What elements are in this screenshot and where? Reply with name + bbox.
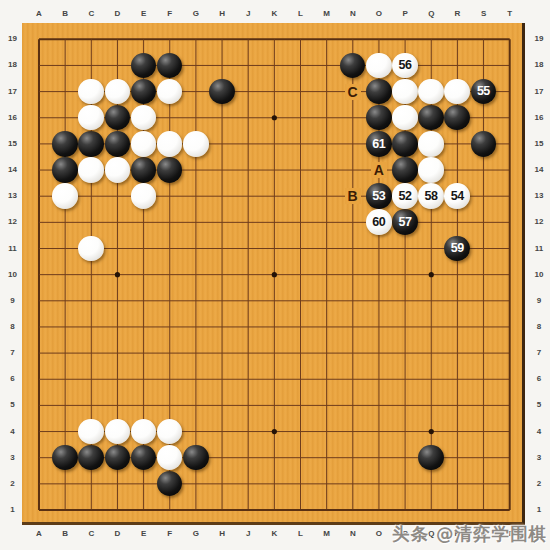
coord-top-A: A bbox=[36, 10, 42, 18]
coord-right-10: 10 bbox=[535, 271, 544, 279]
stone-black-O13[interactable]: 53 bbox=[366, 183, 392, 209]
stone-white-E16[interactable] bbox=[131, 105, 157, 131]
coord-bottom-D: D bbox=[115, 530, 121, 538]
coord-top-P: P bbox=[402, 10, 407, 18]
coord-right-18: 18 bbox=[535, 61, 544, 69]
coord-top-F: F bbox=[167, 10, 172, 18]
coord-left-2: 2 bbox=[10, 480, 14, 488]
coord-top-T: T bbox=[507, 10, 512, 18]
stone-black-C15[interactable] bbox=[78, 131, 104, 157]
move-number-53: 53 bbox=[372, 190, 385, 203]
stone-white-E4[interactable] bbox=[131, 419, 157, 445]
stone-black-B15[interactable] bbox=[52, 131, 78, 157]
stone-black-S17[interactable]: 55 bbox=[471, 79, 497, 105]
stone-black-D3[interactable] bbox=[105, 445, 131, 471]
coord-left-3: 3 bbox=[10, 454, 14, 462]
stone-black-E17[interactable] bbox=[131, 79, 157, 105]
coord-left-12: 12 bbox=[8, 218, 17, 226]
stone-white-C4[interactable] bbox=[78, 419, 104, 445]
coord-bottom-L: L bbox=[298, 530, 303, 538]
go-diagram: 55615357595652585460ABC AABBCCDDEEFFGGHH… bbox=[0, 0, 550, 550]
stone-black-Q16[interactable] bbox=[418, 105, 444, 131]
stone-black-N18[interactable] bbox=[340, 53, 366, 79]
stone-black-F14[interactable] bbox=[157, 157, 183, 183]
stone-black-O15[interactable]: 61 bbox=[366, 131, 392, 157]
coord-bottom-B: B bbox=[62, 530, 68, 538]
stone-white-P18[interactable]: 56 bbox=[392, 53, 418, 79]
coord-top-G: G bbox=[193, 10, 199, 18]
goban-grid: 55615357595652585460ABC bbox=[26, 26, 523, 523]
coord-bottom-E: E bbox=[141, 530, 146, 538]
stone-black-H17[interactable] bbox=[209, 79, 235, 105]
stone-white-Q14[interactable] bbox=[418, 157, 444, 183]
coord-bottom-F: F bbox=[167, 530, 172, 538]
stone-white-O12[interactable]: 60 bbox=[366, 209, 392, 235]
stone-black-B14[interactable] bbox=[52, 157, 78, 183]
stone-white-D4[interactable] bbox=[105, 419, 131, 445]
coord-bottom-H: H bbox=[219, 530, 225, 538]
stone-white-F15[interactable] bbox=[157, 131, 183, 157]
coord-top-H: H bbox=[219, 10, 225, 18]
coord-top-D: D bbox=[115, 10, 121, 18]
stone-white-C17[interactable] bbox=[78, 79, 104, 105]
stone-white-G15[interactable] bbox=[183, 131, 209, 157]
stone-black-S15[interactable] bbox=[471, 131, 497, 157]
coord-right-12: 12 bbox=[535, 218, 544, 226]
coord-left-19: 19 bbox=[8, 35, 17, 43]
stone-black-E3[interactable] bbox=[131, 445, 157, 471]
coord-left-7: 7 bbox=[10, 349, 14, 357]
stone-white-P13[interactable]: 52 bbox=[392, 183, 418, 209]
coord-right-14: 14 bbox=[535, 166, 544, 174]
stone-white-R13[interactable]: 54 bbox=[444, 183, 470, 209]
coord-top-N: N bbox=[350, 10, 356, 18]
stone-white-R17[interactable] bbox=[444, 79, 470, 105]
stone-black-F18[interactable] bbox=[157, 53, 183, 79]
stone-white-Q13[interactable]: 58 bbox=[418, 183, 444, 209]
stone-black-C3[interactable] bbox=[78, 445, 104, 471]
coord-right-7: 7 bbox=[537, 349, 541, 357]
coord-left-6: 6 bbox=[10, 375, 14, 383]
coord-left-5: 5 bbox=[10, 401, 14, 409]
coord-top-J: J bbox=[246, 10, 250, 18]
stone-white-Q15[interactable] bbox=[418, 131, 444, 157]
stone-white-B13[interactable] bbox=[52, 183, 78, 209]
coord-left-1: 1 bbox=[10, 506, 14, 514]
stone-black-P14[interactable] bbox=[392, 157, 418, 183]
stone-white-C11[interactable] bbox=[78, 236, 104, 262]
coord-left-17: 17 bbox=[8, 88, 17, 96]
coord-top-M: M bbox=[323, 10, 330, 18]
coord-top-C: C bbox=[88, 10, 94, 18]
coord-left-10: 10 bbox=[8, 271, 17, 279]
move-number-58: 58 bbox=[425, 190, 438, 203]
stone-black-Q3[interactable] bbox=[418, 445, 444, 471]
coord-right-16: 16 bbox=[535, 114, 544, 122]
coord-left-14: 14 bbox=[8, 166, 17, 174]
move-number-60: 60 bbox=[372, 216, 385, 229]
stone-white-F17[interactable] bbox=[157, 79, 183, 105]
stone-white-O18[interactable] bbox=[366, 53, 392, 79]
goban[interactable]: 55615357595652585460ABC bbox=[22, 23, 525, 525]
stone-black-D15[interactable] bbox=[105, 131, 131, 157]
stone-white-P16[interactable] bbox=[392, 105, 418, 131]
coord-right-15: 15 bbox=[535, 140, 544, 148]
stone-black-D16[interactable] bbox=[105, 105, 131, 131]
coord-right-9: 9 bbox=[537, 297, 541, 305]
coord-left-16: 16 bbox=[8, 114, 17, 122]
coord-left-4: 4 bbox=[10, 428, 14, 436]
coord-bottom-O: O bbox=[376, 530, 382, 538]
stone-white-P17[interactable] bbox=[392, 79, 418, 105]
coord-bottom-A: A bbox=[36, 530, 42, 538]
stone-black-O17[interactable] bbox=[366, 79, 392, 105]
coord-top-B: B bbox=[62, 10, 68, 18]
coord-right-3: 3 bbox=[537, 454, 541, 462]
stone-black-F2[interactable] bbox=[157, 471, 183, 497]
coord-right-1: 1 bbox=[537, 506, 541, 514]
coord-top-K: K bbox=[271, 10, 277, 18]
coord-left-15: 15 bbox=[8, 140, 17, 148]
coord-left-8: 8 bbox=[10, 323, 14, 331]
coord-top-S: S bbox=[481, 10, 486, 18]
coord-top-Q: Q bbox=[428, 10, 434, 18]
move-number-55: 55 bbox=[477, 85, 490, 98]
coord-right-6: 6 bbox=[537, 375, 541, 383]
stone-white-F3[interactable] bbox=[157, 445, 183, 471]
coord-bottom-M: M bbox=[323, 530, 330, 538]
coord-bottom-G: G bbox=[193, 530, 199, 538]
move-number-56: 56 bbox=[398, 59, 411, 72]
point-label-A: A bbox=[371, 162, 387, 178]
coord-right-13: 13 bbox=[535, 192, 544, 200]
watermark: 头条 @清弈学围棋 bbox=[392, 522, 547, 546]
coord-right-11: 11 bbox=[535, 245, 543, 253]
coord-left-11: 11 bbox=[8, 245, 16, 253]
point-label-B: B bbox=[345, 188, 361, 204]
move-number-52: 52 bbox=[398, 190, 411, 203]
stone-black-R11[interactable]: 59 bbox=[444, 236, 470, 262]
coord-top-R: R bbox=[455, 10, 461, 18]
stone-black-R16[interactable] bbox=[444, 105, 470, 131]
move-number-59: 59 bbox=[451, 242, 464, 255]
coord-bottom-J: J bbox=[246, 530, 250, 538]
stone-white-D14[interactable] bbox=[105, 157, 131, 183]
coord-right-19: 19 bbox=[535, 35, 544, 43]
coord-right-8: 8 bbox=[537, 323, 541, 331]
coord-right-2: 2 bbox=[537, 480, 541, 488]
coord-bottom-N: N bbox=[350, 530, 356, 538]
coord-left-13: 13 bbox=[8, 192, 17, 200]
coord-left-18: 18 bbox=[8, 61, 17, 69]
stone-black-B3[interactable] bbox=[52, 445, 78, 471]
stone-black-P12[interactable]: 57 bbox=[392, 209, 418, 235]
coord-bottom-C: C bbox=[88, 530, 94, 538]
stone-black-G3[interactable] bbox=[183, 445, 209, 471]
stone-black-E18[interactable] bbox=[131, 53, 157, 79]
stone-black-O16[interactable] bbox=[366, 105, 392, 131]
stone-white-D17[interactable] bbox=[105, 79, 131, 105]
move-number-57: 57 bbox=[398, 216, 411, 229]
stone-white-F4[interactable] bbox=[157, 419, 183, 445]
coord-top-O: O bbox=[376, 10, 382, 18]
stone-white-E15[interactable] bbox=[131, 131, 157, 157]
stone-white-Q17[interactable] bbox=[418, 79, 444, 105]
move-number-54: 54 bbox=[451, 190, 464, 203]
coord-right-4: 4 bbox=[537, 428, 541, 436]
coord-right-17: 17 bbox=[535, 88, 544, 96]
stone-white-C14[interactable] bbox=[78, 157, 104, 183]
stone-white-E13[interactable] bbox=[131, 183, 157, 209]
coord-top-L: L bbox=[298, 10, 303, 18]
stone-black-E14[interactable] bbox=[131, 157, 157, 183]
move-number-61: 61 bbox=[372, 138, 385, 151]
coord-right-5: 5 bbox=[537, 401, 541, 409]
coord-left-9: 9 bbox=[10, 297, 14, 305]
stone-white-C16[interactable] bbox=[78, 105, 104, 131]
point-label-C: C bbox=[345, 84, 361, 100]
coord-top-E: E bbox=[141, 10, 146, 18]
stone-black-P15[interactable] bbox=[392, 131, 418, 157]
coord-bottom-K: K bbox=[271, 530, 277, 538]
